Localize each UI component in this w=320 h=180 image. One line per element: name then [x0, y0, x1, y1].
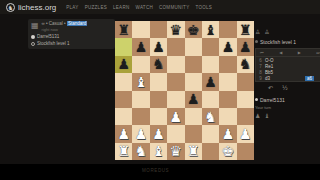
square-h5[interactable] [237, 73, 254, 90]
knight-logo-icon: ♞ [6, 3, 15, 12]
piece-white-knight[interactable]: ♞ [204, 110, 217, 124]
piece-white-pawn[interactable]: ♟ [135, 127, 148, 141]
piece-white-pawn[interactable]: ♟ [239, 127, 252, 141]
white-move[interactable]: O-O [265, 58, 291, 63]
prev-move-icon[interactable]: ◀ [279, 50, 282, 55]
square-e4[interactable]: ♟ [185, 91, 202, 108]
move-number: 6 [256, 58, 265, 63]
piece-white-pawn[interactable]: ♟ [152, 127, 165, 141]
last-move-icon[interactable]: ⏭ [316, 50, 320, 55]
captured-pieces-black-tray: ♙ ♙ [255, 28, 320, 37]
piece-black-pawn[interactable]: ♟ [187, 92, 200, 106]
game-action-buttons: ↶ ½ [255, 82, 320, 92]
square-h3[interactable] [237, 108, 254, 125]
piece-white-pawn[interactable]: ♟ [170, 110, 183, 124]
square-g3[interactable] [219, 108, 236, 125]
square-c1[interactable]: ♝ [150, 143, 167, 160]
square-g4[interactable] [219, 91, 236, 108]
square-c8[interactable] [150, 21, 167, 38]
square-d4[interactable] [167, 91, 184, 108]
your-turn-label: Your turn [255, 105, 320, 110]
piece-white-rook[interactable]: ♜ [117, 144, 130, 158]
square-c2[interactable]: ♟ [150, 125, 167, 142]
square-e5[interactable] [185, 73, 202, 90]
square-b3[interactable] [132, 108, 149, 125]
square-g5[interactable] [219, 73, 236, 90]
piece-white-king[interactable]: ♚ [222, 144, 235, 158]
offer-draw-button[interactable]: ½ [282, 84, 288, 91]
piece-black-knight[interactable]: ♞ [152, 57, 165, 71]
square-b4[interactable] [132, 91, 149, 108]
square-b7[interactable]: ♟ [132, 38, 149, 55]
piece-black-pawn[interactable]: ♟ [222, 40, 235, 54]
nav-item-learn[interactable]: LEARN [113, 5, 130, 10]
square-f2[interactable] [202, 125, 219, 142]
black-online-dot [255, 40, 258, 43]
move-number: 9 [256, 76, 265, 81]
black-player-row[interactable]: Stockfish level 1 [255, 37, 320, 46]
square-c4[interactable] [150, 91, 167, 108]
square-h4[interactable] [237, 91, 254, 108]
game-time-ago: right now [42, 27, 88, 32]
square-e6[interactable] [185, 56, 202, 73]
info-white-player[interactable]: Darrel5131 [31, 34, 112, 39]
square-h1[interactable] [237, 143, 254, 160]
piece-black-pawn[interactable]: ♟ [135, 40, 148, 54]
square-g7[interactable]: ♟ [219, 38, 236, 55]
square-c3[interactable] [150, 108, 167, 125]
square-f3[interactable]: ♞ [202, 108, 219, 125]
square-d8[interactable]: ♛ [167, 21, 184, 38]
move-number: 8 [256, 70, 265, 75]
black-move[interactable]: a6 [291, 76, 320, 81]
captured-pieces-white-tray: ♟ ♝ [255, 112, 320, 119]
square-a8[interactable]: ♜ [115, 21, 132, 38]
square-h6[interactable]: ♞ [237, 56, 254, 73]
black-color-icon [31, 42, 35, 46]
square-f7[interactable] [202, 38, 219, 55]
white-move[interactable]: d3 [265, 76, 291, 81]
square-h7[interactable]: ♟ [237, 38, 254, 55]
square-a1[interactable]: ♜ [115, 143, 132, 160]
square-g2[interactable]: ♟ [219, 125, 236, 142]
piece-black-pawn[interactable]: ♟ [117, 57, 130, 71]
square-e2[interactable] [185, 125, 202, 142]
piece-black-pawn[interactable]: ♟ [204, 75, 217, 89]
piece-white-bishop[interactable]: ♝ [135, 75, 148, 89]
square-g8[interactable] [219, 21, 236, 38]
info-black-player[interactable]: Stockfish level 1 [31, 41, 112, 46]
video-watermark: MOREDUS [142, 168, 169, 173]
piece-black-bishop[interactable]: ♝ [204, 23, 217, 37]
square-b6[interactable] [132, 56, 149, 73]
replay-controls: ⏮◀▶⏭ [256, 49, 320, 57]
chess-board[interactable]: ♜♛♚♝♜♟♟♟♟♟♞♞♝♟♟♟♞♟♟♟♟♟♜♞♝♛♜♚ [115, 21, 254, 160]
nav-menu: PLAYPUZZLESLEARNWATCHCOMMUNITYTOOLS [66, 5, 212, 10]
square-b1[interactable]: ♞ [132, 143, 149, 160]
square-e8[interactable]: ♚ [185, 21, 202, 38]
game-setup-icon: ▦ [31, 21, 39, 32]
piece-black-rook[interactable]: ♜ [117, 23, 130, 37]
piece-black-pawn[interactable]: ♟ [239, 40, 252, 54]
square-a4[interactable] [115, 91, 132, 108]
move-row-9: 9d3a6 [256, 75, 320, 81]
piece-black-rook[interactable]: ♜ [239, 23, 252, 37]
piece-black-queen[interactable]: ♛ [170, 23, 183, 37]
square-f6[interactable] [202, 56, 219, 73]
square-d2[interactable] [167, 125, 184, 142]
square-e7[interactable] [185, 38, 202, 55]
top-nav: ♞ lichess.org PLAYPUZZLESLEARNWATCHCOMMU… [0, 0, 320, 14]
game-side-panel: ♙ ♙ Stockfish level 1 ⏮◀▶⏭ 6O-O7Re18Bb59… [255, 28, 320, 164]
square-d7[interactable] [167, 38, 184, 55]
square-d6[interactable] [167, 56, 184, 73]
white-player-row[interactable]: Darrel5131 [255, 95, 320, 104]
piece-white-knight[interactable]: ♞ [135, 144, 148, 158]
current-move-highlight[interactable]: a6 [305, 76, 314, 81]
square-e3[interactable] [185, 108, 202, 125]
first-move-icon[interactable]: ⏮ [260, 50, 264, 55]
square-h2[interactable]: ♟ [237, 125, 254, 142]
square-g6[interactable] [219, 56, 236, 73]
white-move[interactable]: Re1 [265, 64, 291, 69]
site-title: lichess.org [18, 3, 56, 12]
piece-white-rook[interactable]: ♜ [187, 144, 200, 158]
takeback-button[interactable]: ↶ [268, 84, 273, 91]
square-d5[interactable] [167, 73, 184, 90]
variant-highlight: Standard [67, 21, 87, 26]
piece-white-pawn[interactable]: ♟ [117, 127, 130, 141]
square-a5[interactable] [115, 73, 132, 90]
move-list-box: ⏮◀▶⏭ 6O-O7Re18Bb59d3a6 [255, 48, 320, 82]
piece-white-queen[interactable]: ♛ [170, 144, 183, 158]
square-f4[interactable] [202, 91, 219, 108]
square-g1[interactable]: ♚ [219, 143, 236, 160]
lichess-logo[interactable]: ♞ lichess.org [6, 3, 56, 12]
square-a6[interactable]: ♟ [115, 56, 132, 73]
square-b2[interactable]: ♟ [132, 125, 149, 142]
move-number: 7 [256, 64, 265, 69]
square-f5[interactable]: ♟ [202, 73, 219, 90]
square-b5[interactable]: ♝ [132, 73, 149, 90]
next-move-icon[interactable]: ▶ [298, 50, 301, 55]
piece-black-pawn[interactable]: ♟ [152, 40, 165, 54]
nav-item-puzzles[interactable]: PUZZLES [85, 5, 107, 10]
piece-white-bishop[interactable]: ♝ [152, 144, 165, 158]
white-move[interactable]: Bb5 [265, 70, 291, 75]
white-online-dot [255, 98, 258, 101]
nav-item-watch[interactable]: WATCH [136, 5, 154, 10]
piece-black-knight[interactable]: ♞ [239, 57, 252, 71]
square-a7[interactable] [115, 38, 132, 55]
square-c6[interactable]: ♞ [150, 56, 167, 73]
square-a3[interactable] [115, 108, 132, 125]
move-list[interactable]: 6O-O7Re18Bb59d3a6 [256, 57, 320, 81]
square-d3[interactable]: ♟ [167, 108, 184, 125]
square-a2[interactable]: ♟ [115, 125, 132, 142]
piece-black-king[interactable]: ♚ [187, 23, 200, 37]
square-f1[interactable] [202, 143, 219, 160]
square-b8[interactable] [132, 21, 149, 38]
square-e1[interactable]: ♜ [185, 143, 202, 160]
nav-item-play[interactable]: PLAY [66, 5, 78, 10]
square-d1[interactable]: ♛ [167, 143, 184, 160]
square-c7[interactable]: ♟ [150, 38, 167, 55]
square-h8[interactable]: ♜ [237, 21, 254, 38]
square-c5[interactable] [150, 73, 167, 90]
nav-item-tools[interactable]: TOOLS [195, 5, 212, 10]
game-info-box: ▦ ∞ • Casual • Standard right now Darrel… [28, 19, 115, 49]
white-color-icon [31, 35, 35, 39]
nav-item-community[interactable]: COMMUNITY [159, 5, 189, 10]
piece-white-pawn[interactable]: ♟ [222, 127, 235, 141]
square-f8[interactable]: ♝ [202, 21, 219, 38]
